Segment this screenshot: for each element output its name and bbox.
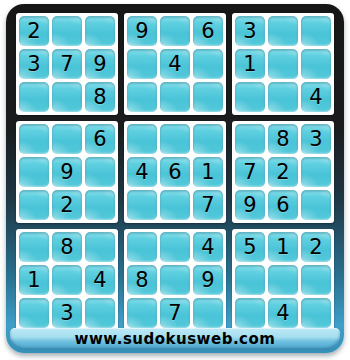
cell-r5c3[interactable]	[85, 157, 115, 187]
cell-r3c1[interactable]	[19, 82, 49, 112]
cell-r2c4[interactable]	[127, 49, 157, 79]
cell-r3c4[interactable]	[127, 82, 157, 112]
cell-r6c1[interactable]	[19, 190, 49, 220]
box-7: 8143	[16, 229, 118, 331]
cell-r7c5[interactable]	[160, 232, 190, 262]
cell-r2c1: 3	[19, 49, 49, 79]
puzzle-frame: 23798 964 314 692 4617 837296 8143 4897 …	[6, 4, 344, 353]
cell-r2c8[interactable]	[268, 49, 298, 79]
cell-r8c1: 1	[19, 265, 49, 295]
cell-r1c5[interactable]	[160, 16, 190, 46]
cell-r3c7[interactable]	[235, 82, 265, 112]
cell-r5c5: 6	[160, 157, 190, 187]
footer-band: www.sudokusweb.com	[10, 328, 340, 350]
cell-r8c6: 9	[193, 265, 223, 295]
cell-r6c4[interactable]	[127, 190, 157, 220]
cell-r5c1[interactable]	[19, 157, 49, 187]
box-6: 837296	[232, 121, 334, 223]
cell-r1c9[interactable]	[301, 16, 331, 46]
cell-r8c5[interactable]	[160, 265, 190, 295]
cell-r5c6: 1	[193, 157, 223, 187]
cell-r2c9[interactable]	[301, 49, 331, 79]
cell-r9c5: 7	[160, 298, 190, 328]
cell-r3c8[interactable]	[268, 82, 298, 112]
box-8: 4897	[124, 229, 226, 331]
cell-r1c7: 3	[235, 16, 265, 46]
cell-r4c7[interactable]	[235, 124, 265, 154]
website-url[interactable]: www.sudokusweb.com	[75, 330, 276, 348]
cell-r4c1[interactable]	[19, 124, 49, 154]
cell-r7c9: 2	[301, 232, 331, 262]
cell-r7c1[interactable]	[19, 232, 49, 262]
cell-r5c9[interactable]	[301, 157, 331, 187]
cell-r4c3: 6	[85, 124, 115, 154]
cell-r3c6[interactable]	[193, 82, 223, 112]
cell-r5c2: 9	[52, 157, 82, 187]
cell-r1c4: 9	[127, 16, 157, 46]
cell-r9c1[interactable]	[19, 298, 49, 328]
cell-r9c2: 3	[52, 298, 82, 328]
cell-r8c3: 4	[85, 265, 115, 295]
cell-r3c3: 8	[85, 82, 115, 112]
cell-r7c3[interactable]	[85, 232, 115, 262]
cell-r6c7: 9	[235, 190, 265, 220]
cell-r1c1: 2	[19, 16, 49, 46]
sudoku-board: 23798 964 314 692 4617 837296 8143 4897 …	[16, 13, 334, 331]
cell-r6c3[interactable]	[85, 190, 115, 220]
cell-r1c3[interactable]	[85, 16, 115, 46]
box-3: 314	[232, 13, 334, 115]
cell-r7c8: 1	[268, 232, 298, 262]
cell-r4c4[interactable]	[127, 124, 157, 154]
cell-r8c7[interactable]	[235, 265, 265, 295]
cell-r6c2: 2	[52, 190, 82, 220]
cell-r1c6: 6	[193, 16, 223, 46]
box-5: 4617	[124, 121, 226, 223]
cell-r6c6: 7	[193, 190, 223, 220]
cell-r9c7[interactable]	[235, 298, 265, 328]
cell-r9c8: 4	[268, 298, 298, 328]
cell-r4c9: 3	[301, 124, 331, 154]
cell-r2c5: 4	[160, 49, 190, 79]
cell-r8c9[interactable]	[301, 265, 331, 295]
cell-r9c9[interactable]	[301, 298, 331, 328]
cell-r2c7: 1	[235, 49, 265, 79]
cell-r5c7: 7	[235, 157, 265, 187]
cell-r8c8[interactable]	[268, 265, 298, 295]
cell-r6c8: 6	[268, 190, 298, 220]
cell-r9c3[interactable]	[85, 298, 115, 328]
cell-r7c7: 5	[235, 232, 265, 262]
cell-r2c2: 7	[52, 49, 82, 79]
cell-r2c3: 9	[85, 49, 115, 79]
cell-r7c6: 4	[193, 232, 223, 262]
cell-r7c4[interactable]	[127, 232, 157, 262]
cell-r3c2[interactable]	[52, 82, 82, 112]
cell-r8c2[interactable]	[52, 265, 82, 295]
cell-r5c8: 2	[268, 157, 298, 187]
cell-r4c8: 8	[268, 124, 298, 154]
cell-r4c6[interactable]	[193, 124, 223, 154]
cell-r9c4[interactable]	[127, 298, 157, 328]
cell-r2c6[interactable]	[193, 49, 223, 79]
box-1: 23798	[16, 13, 118, 115]
cell-r4c2[interactable]	[52, 124, 82, 154]
cell-r1c8[interactable]	[268, 16, 298, 46]
box-4: 692	[16, 121, 118, 223]
cell-r3c9: 4	[301, 82, 331, 112]
cell-r1c2[interactable]	[52, 16, 82, 46]
cell-r7c2: 8	[52, 232, 82, 262]
cell-r5c4: 4	[127, 157, 157, 187]
box-2: 964	[124, 13, 226, 115]
cell-r9c6[interactable]	[193, 298, 223, 328]
cell-r3c5[interactable]	[160, 82, 190, 112]
cell-r6c9[interactable]	[301, 190, 331, 220]
cell-r6c5[interactable]	[160, 190, 190, 220]
cell-r8c4: 8	[127, 265, 157, 295]
cell-r4c5[interactable]	[160, 124, 190, 154]
box-9: 5124	[232, 229, 334, 331]
